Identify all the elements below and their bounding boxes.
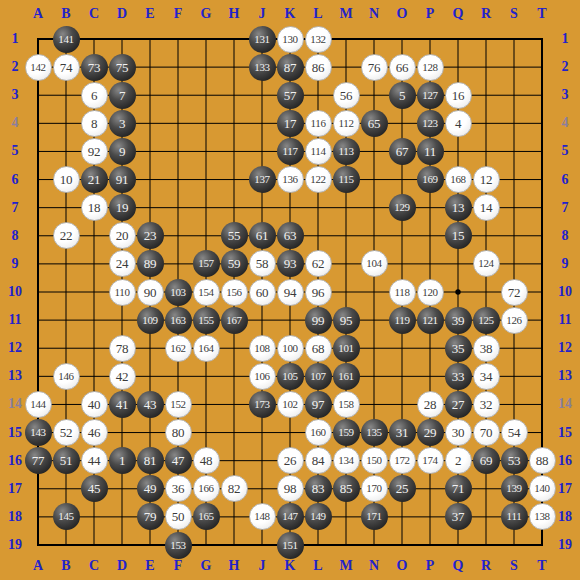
stone-white-b6: 10	[53, 166, 80, 193]
stone-black-o5: 67	[389, 138, 416, 165]
stone-white-g10: 154	[193, 279, 220, 306]
stone-white-l2: 86	[305, 54, 332, 81]
move-number: 116	[310, 118, 325, 129]
move-number: 57	[284, 89, 296, 102]
stone-white-g12: 164	[193, 335, 220, 362]
stone-white-f14: 152	[165, 391, 192, 418]
move-number: 102	[282, 399, 298, 410]
stone-black-c17: 45	[81, 475, 108, 502]
stone-black-h11: 167	[221, 307, 248, 334]
move-number: 107	[310, 371, 326, 382]
move-number: 161	[338, 371, 354, 382]
move-number: 41	[116, 398, 128, 411]
move-number: 48	[200, 454, 212, 467]
stone-black-e16: 81	[137, 447, 164, 474]
stone-white-c4: 8	[81, 110, 108, 137]
move-number: 7	[119, 89, 125, 102]
move-number: 156	[226, 287, 242, 298]
move-number: 110	[114, 287, 129, 298]
move-number: 72	[508, 286, 520, 299]
stone-black-d16: 1	[109, 447, 136, 474]
stone-white-b2: 74	[53, 54, 80, 81]
move-number: 169	[422, 174, 438, 185]
move-number: 17	[284, 117, 296, 130]
stone-black-e17: 49	[137, 475, 164, 502]
move-number: 3	[119, 117, 125, 130]
move-number: 103	[170, 287, 186, 298]
stone-white-r14: 32	[473, 391, 500, 418]
stone-black-k3: 57	[277, 82, 304, 109]
stone-white-o16: 172	[389, 447, 416, 474]
move-number: 23	[144, 229, 156, 242]
stone-black-p15: 29	[417, 419, 444, 446]
stone-black-m6: 115	[333, 166, 360, 193]
move-number: 126	[506, 315, 522, 326]
stone-black-q12: 35	[445, 335, 472, 362]
stone-black-m11: 95	[333, 307, 360, 334]
stone-black-d4: 3	[109, 110, 136, 137]
move-number: 69	[480, 454, 492, 467]
stone-black-h9: 59	[221, 250, 248, 277]
stone-white-r7: 14	[473, 194, 500, 221]
move-number: 54	[508, 426, 520, 439]
stone-black-m5: 113	[333, 138, 360, 165]
move-number: 164	[198, 343, 214, 354]
stone-white-h10: 156	[221, 279, 248, 306]
move-number: 15	[452, 229, 464, 242]
stone-white-l6: 122	[305, 166, 332, 193]
move-number: 67	[396, 145, 408, 158]
move-number: 59	[228, 257, 240, 270]
move-number: 51	[60, 454, 72, 467]
move-number: 4	[455, 117, 461, 130]
stone-white-k14: 102	[277, 391, 304, 418]
stone-white-m4: 112	[333, 110, 360, 137]
stone-white-n9: 104	[361, 250, 388, 277]
move-number: 106	[254, 371, 270, 382]
move-number: 96	[312, 286, 324, 299]
stone-white-l15: 160	[305, 419, 332, 446]
move-number: 78	[116, 342, 128, 355]
move-number: 124	[478, 258, 494, 269]
move-number: 130	[282, 34, 298, 45]
move-number: 117	[282, 146, 297, 157]
move-number: 79	[144, 510, 156, 523]
move-number: 88	[536, 454, 548, 467]
move-number: 144	[30, 399, 46, 410]
stone-black-k5: 117	[277, 138, 304, 165]
stone-black-d14: 41	[109, 391, 136, 418]
stone-white-f17: 36	[165, 475, 192, 502]
move-number: 172	[394, 455, 410, 466]
stone-white-d8: 20	[109, 222, 136, 249]
stone-black-p3: 127	[417, 82, 444, 109]
stone-black-l14: 97	[305, 391, 332, 418]
stone-black-d2: 75	[109, 54, 136, 81]
move-number: 127	[422, 90, 438, 101]
move-number: 143	[30, 427, 46, 438]
move-number: 53	[508, 454, 520, 467]
move-number: 146	[58, 371, 74, 382]
move-number: 70	[480, 426, 492, 439]
move-number: 113	[338, 146, 353, 157]
stone-black-m15: 159	[333, 419, 360, 446]
move-number: 168	[450, 174, 466, 185]
stone-white-p10: 120	[417, 279, 444, 306]
stone-black-s18: 111	[501, 503, 528, 530]
stone-black-b18: 145	[53, 503, 80, 530]
move-number: 55	[228, 229, 240, 242]
move-number: 133	[254, 62, 270, 73]
move-number: 46	[88, 426, 100, 439]
stone-white-s15: 54	[501, 419, 528, 446]
move-number: 20	[116, 229, 128, 242]
stone-black-k19: 151	[277, 532, 304, 559]
move-number: 22	[60, 229, 72, 242]
move-number: 77	[32, 454, 44, 467]
stone-white-d13: 42	[109, 363, 136, 390]
move-number: 150	[366, 455, 382, 466]
move-number: 42	[116, 370, 128, 383]
move-number: 82	[228, 482, 240, 495]
move-number: 93	[284, 257, 296, 270]
move-number: 68	[312, 342, 324, 355]
stone-black-p6: 169	[417, 166, 444, 193]
move-number: 25	[396, 482, 408, 495]
move-number: 73	[88, 61, 100, 74]
move-number: 167	[226, 315, 242, 326]
stone-white-l10: 96	[305, 279, 332, 306]
move-number: 100	[282, 343, 298, 354]
stone-black-m13: 161	[333, 363, 360, 390]
move-number: 89	[144, 257, 156, 270]
stone-white-p16: 174	[417, 447, 444, 474]
stone-black-n18: 171	[361, 503, 388, 530]
stone-white-r13: 34	[473, 363, 500, 390]
stone-white-k16: 26	[277, 447, 304, 474]
move-number: 76	[368, 61, 380, 74]
move-number: 122	[310, 174, 326, 185]
move-number: 19	[116, 201, 128, 214]
move-number: 160	[310, 427, 326, 438]
move-number: 75	[116, 61, 128, 74]
stone-white-s10: 72	[501, 279, 528, 306]
move-number: 112	[338, 118, 353, 129]
stone-white-r12: 38	[473, 335, 500, 362]
move-number: 1	[119, 454, 125, 467]
stone-black-o7: 129	[389, 194, 416, 221]
stone-black-h8: 55	[221, 222, 248, 249]
move-number: 87	[284, 61, 296, 74]
move-number: 140	[534, 483, 550, 494]
stone-white-m3: 56	[333, 82, 360, 109]
stone-black-d3: 7	[109, 82, 136, 109]
stone-black-k9: 93	[277, 250, 304, 277]
move-number: 163	[170, 315, 186, 326]
stone-black-b1: 141	[53, 26, 80, 53]
stone-black-n15: 135	[361, 419, 388, 446]
move-number: 71	[452, 482, 464, 495]
move-number: 95	[340, 314, 352, 327]
move-number: 35	[452, 342, 464, 355]
stone-white-k1: 130	[277, 26, 304, 53]
stone-black-g9: 157	[193, 250, 220, 277]
move-number: 11	[424, 145, 436, 158]
move-number: 141	[58, 34, 74, 45]
stone-black-d7: 19	[109, 194, 136, 221]
stone-white-c14: 40	[81, 391, 108, 418]
stone-black-q11: 39	[445, 307, 472, 334]
stone-black-k4: 17	[277, 110, 304, 137]
move-number: 37	[452, 510, 464, 523]
stone-white-t17: 140	[529, 475, 556, 502]
stone-black-j14: 173	[249, 391, 276, 418]
move-number: 86	[312, 61, 324, 74]
stones-layer: 1411311301321427473751338786766612867575…	[0, 0, 580, 580]
stone-black-d6: 91	[109, 166, 136, 193]
move-number: 36	[172, 482, 184, 495]
stone-white-b15: 52	[53, 419, 80, 446]
stone-white-l1: 132	[305, 26, 332, 53]
stone-white-f12: 162	[165, 335, 192, 362]
stone-white-n2: 76	[361, 54, 388, 81]
move-number: 147	[282, 511, 298, 522]
stone-black-p11: 121	[417, 307, 444, 334]
stone-black-m17: 85	[333, 475, 360, 502]
move-number: 92	[88, 145, 100, 158]
stone-white-r9: 124	[473, 250, 500, 277]
stone-black-m12: 101	[333, 335, 360, 362]
stone-white-e10: 90	[137, 279, 164, 306]
stone-black-q18: 37	[445, 503, 472, 530]
move-number: 111	[507, 511, 522, 522]
move-number: 33	[452, 370, 464, 383]
stone-white-c3: 6	[81, 82, 108, 109]
move-number: 83	[312, 482, 324, 495]
stone-black-j2: 133	[249, 54, 276, 81]
stone-white-k17: 98	[277, 475, 304, 502]
stone-black-g18: 165	[193, 503, 220, 530]
stone-black-d5: 9	[109, 138, 136, 165]
move-number: 6	[91, 89, 97, 102]
move-number: 118	[394, 287, 409, 298]
move-number: 119	[394, 315, 409, 326]
stone-black-j8: 61	[249, 222, 276, 249]
move-number: 121	[422, 315, 438, 326]
move-number: 39	[452, 314, 464, 327]
stone-white-n17: 170	[361, 475, 388, 502]
stone-black-o3: 5	[389, 82, 416, 109]
move-number: 5	[399, 89, 405, 102]
stone-white-g16: 48	[193, 447, 220, 474]
stone-black-f16: 47	[165, 447, 192, 474]
move-number: 131	[254, 34, 270, 45]
move-number: 21	[88, 173, 100, 186]
move-number: 28	[424, 398, 436, 411]
stone-black-c2: 73	[81, 54, 108, 81]
stone-black-e11: 109	[137, 307, 164, 334]
move-number: 155	[198, 315, 214, 326]
stone-white-q6: 168	[445, 166, 472, 193]
stone-black-a16: 77	[25, 447, 52, 474]
move-number: 10	[60, 173, 72, 186]
move-number: 123	[422, 118, 438, 129]
stone-white-k6: 136	[277, 166, 304, 193]
move-number: 129	[394, 202, 410, 213]
stone-white-l9: 62	[305, 250, 332, 277]
move-number: 151	[282, 540, 298, 551]
move-number: 62	[312, 257, 324, 270]
move-number: 84	[312, 454, 324, 467]
move-number: 173	[254, 399, 270, 410]
move-number: 24	[116, 257, 128, 270]
stone-black-n4: 65	[361, 110, 388, 137]
move-number: 108	[254, 343, 270, 354]
stone-black-e8: 23	[137, 222, 164, 249]
stone-white-q4: 4	[445, 110, 472, 137]
stone-black-k18: 147	[277, 503, 304, 530]
stone-black-p4: 123	[417, 110, 444, 137]
move-number: 125	[478, 315, 494, 326]
stone-white-n16: 150	[361, 447, 388, 474]
move-number: 44	[88, 454, 100, 467]
move-number: 174	[422, 455, 438, 466]
move-number: 8	[91, 117, 97, 130]
stone-white-r15: 70	[473, 419, 500, 446]
stone-black-k8: 63	[277, 222, 304, 249]
move-number: 142	[30, 62, 46, 73]
move-number: 97	[312, 398, 324, 411]
stone-white-b8: 22	[53, 222, 80, 249]
stone-white-k10: 94	[277, 279, 304, 306]
stone-black-p5: 11	[417, 138, 444, 165]
stone-black-r16: 69	[473, 447, 500, 474]
move-number: 31	[396, 426, 408, 439]
move-number: 91	[116, 173, 128, 186]
stone-white-r6: 12	[473, 166, 500, 193]
move-number: 45	[88, 482, 100, 495]
move-number: 32	[480, 398, 492, 411]
move-number: 139	[506, 483, 522, 494]
stone-white-h17: 82	[221, 475, 248, 502]
stone-white-m16: 134	[333, 447, 360, 474]
move-number: 81	[144, 454, 156, 467]
stone-white-j18: 148	[249, 503, 276, 530]
move-number: 90	[144, 286, 156, 299]
move-number: 26	[284, 454, 296, 467]
stone-black-l13: 107	[305, 363, 332, 390]
stone-black-q7: 13	[445, 194, 472, 221]
move-number: 56	[340, 89, 352, 102]
stone-white-l16: 84	[305, 447, 332, 474]
stone-black-f10: 103	[165, 279, 192, 306]
stone-black-j6: 137	[249, 166, 276, 193]
move-number: 34	[480, 370, 492, 383]
move-number: 40	[88, 398, 100, 411]
stone-black-e18: 79	[137, 503, 164, 530]
stone-white-p2: 128	[417, 54, 444, 81]
stone-white-l12: 68	[305, 335, 332, 362]
stone-white-k12: 100	[277, 335, 304, 362]
move-number: 43	[144, 398, 156, 411]
stone-black-s16: 53	[501, 447, 528, 474]
stone-white-q3: 16	[445, 82, 472, 109]
move-number: 120	[422, 287, 438, 298]
stone-white-d10: 110	[109, 279, 136, 306]
stone-black-a15: 143	[25, 419, 52, 446]
move-number: 50	[172, 510, 184, 523]
move-number: 136	[282, 174, 298, 185]
stone-white-q15: 30	[445, 419, 472, 446]
stone-black-q8: 15	[445, 222, 472, 249]
stone-white-l4: 116	[305, 110, 332, 137]
stone-white-f18: 50	[165, 503, 192, 530]
stone-black-s17: 139	[501, 475, 528, 502]
move-number: 138	[534, 511, 550, 522]
stone-white-c15: 46	[81, 419, 108, 446]
stone-black-k2: 87	[277, 54, 304, 81]
move-number: 60	[256, 286, 268, 299]
move-number: 66	[396, 61, 408, 74]
stone-white-m14: 158	[333, 391, 360, 418]
stone-black-l18: 149	[305, 503, 332, 530]
move-number: 27	[452, 398, 464, 411]
move-number: 2	[455, 454, 461, 467]
move-number: 134	[338, 455, 354, 466]
go-game-screen: AABBCCDDEEFFGGHHJJKKLLMMNNOOPPQQRRSSTT11…	[0, 0, 580, 580]
move-number: 49	[144, 482, 156, 495]
stone-white-o2: 66	[389, 54, 416, 81]
stone-white-q16: 2	[445, 447, 472, 474]
stone-black-q13: 33	[445, 363, 472, 390]
stone-white-o10: 118	[389, 279, 416, 306]
move-number: 137	[254, 174, 270, 185]
move-number: 101	[338, 343, 354, 354]
stone-white-l5: 114	[305, 138, 332, 165]
move-number: 18	[88, 201, 100, 214]
move-number: 154	[198, 287, 214, 298]
move-number: 30	[452, 426, 464, 439]
stone-black-b16: 51	[53, 447, 80, 474]
stone-white-c7: 18	[81, 194, 108, 221]
move-number: 65	[368, 117, 380, 130]
stone-black-k13: 105	[277, 363, 304, 390]
move-number: 152	[170, 399, 186, 410]
stone-white-t18: 138	[529, 503, 556, 530]
stone-black-o15: 31	[389, 419, 416, 446]
move-number: 109	[142, 315, 158, 326]
stone-black-f11: 163	[165, 307, 192, 334]
stone-white-j13: 106	[249, 363, 276, 390]
stone-white-j9: 58	[249, 250, 276, 277]
move-number: 128	[422, 62, 438, 73]
move-number: 135	[366, 427, 382, 438]
move-number: 94	[284, 286, 296, 299]
stone-black-f19: 153	[165, 532, 192, 559]
stone-white-d12: 78	[109, 335, 136, 362]
stone-white-b13: 146	[53, 363, 80, 390]
stone-white-a2: 142	[25, 54, 52, 81]
stone-black-e14: 43	[137, 391, 164, 418]
move-number: 149	[310, 511, 326, 522]
stone-white-p14: 28	[417, 391, 444, 418]
move-number: 63	[284, 229, 296, 242]
move-number: 80	[172, 426, 184, 439]
stone-white-d9: 24	[109, 250, 136, 277]
move-number: 170	[366, 483, 382, 494]
move-number: 9	[119, 145, 125, 158]
move-number: 58	[256, 257, 268, 270]
